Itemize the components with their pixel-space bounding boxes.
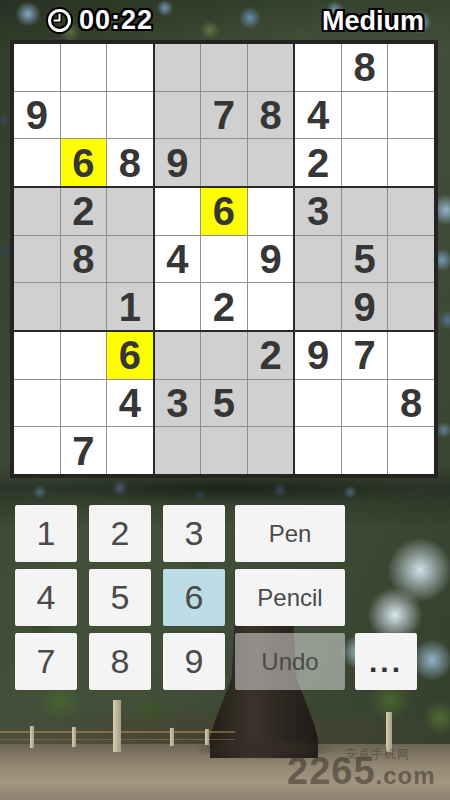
cell-r5c3[interactable] (107, 236, 153, 283)
cell-r8c7[interactable] (295, 380, 341, 427)
clock-icon (46, 7, 73, 34)
key-1[interactable]: 1 (15, 505, 77, 562)
cell-r6c1[interactable] (14, 283, 60, 330)
cell-r9c8[interactable] (342, 427, 388, 474)
cell-r7c3[interactable]: 6 (107, 332, 153, 379)
block-2-0: 647 (14, 332, 153, 474)
cell-r8c5[interactable]: 5 (201, 380, 247, 427)
cell-r7c1[interactable] (14, 332, 60, 379)
cell-r4c2[interactable]: 2 (61, 188, 107, 235)
cell-r2c1[interactable]: 9 (14, 92, 60, 139)
cell-r9c1[interactable] (14, 427, 60, 474)
cell-r5c5[interactable] (201, 236, 247, 283)
fence-post (205, 729, 209, 745)
cell-r8c9[interactable]: 8 (388, 380, 434, 427)
cell-r6c4[interactable] (155, 283, 201, 330)
cell-r2c9[interactable] (388, 92, 434, 139)
cell-r9c2[interactable]: 7 (61, 427, 107, 474)
cell-r1c1[interactable] (14, 44, 60, 91)
fence-post (72, 727, 76, 747)
cell-r7c2[interactable] (61, 332, 107, 379)
cell-r1c8[interactable]: 8 (342, 44, 388, 91)
cell-r7c8[interactable]: 7 (342, 332, 388, 379)
cell-r2c7[interactable]: 4 (295, 92, 341, 139)
key-5[interactable]: 5 (89, 569, 151, 626)
cell-r8c3[interactable]: 4 (107, 380, 153, 427)
key-2[interactable]: 2 (89, 505, 151, 562)
top-bar: 00:22 Medium (0, 0, 450, 38)
cell-r4c7[interactable]: 3 (295, 188, 341, 235)
key-4[interactable]: 4 (15, 569, 77, 626)
key-3[interactable]: 3 (163, 505, 225, 562)
cell-r3c8[interactable] (342, 139, 388, 186)
cell-r9c7[interactable] (295, 427, 341, 474)
timer-value: 00:22 (79, 5, 153, 36)
cell-r5c7[interactable] (295, 236, 341, 283)
cell-r7c6[interactable]: 2 (248, 332, 294, 379)
cell-r1c2[interactable] (61, 44, 107, 91)
key-7[interactable]: 7 (15, 633, 77, 690)
cell-r2c2[interactable] (61, 92, 107, 139)
block-1-0: 281 (14, 188, 153, 330)
sudoku-board: 9687898422816492359647235978 (10, 40, 438, 478)
sudoku-app: 00:22 Medium 968789842281649235964723597… (0, 0, 450, 800)
block-0-2: 842 (295, 44, 434, 186)
cell-r3c7[interactable]: 2 (295, 139, 341, 186)
cell-r8c2[interactable] (61, 380, 107, 427)
difficulty-label: Medium (322, 6, 424, 37)
cell-r2c4[interactable] (155, 92, 201, 139)
watermark-text: 2265.com (287, 750, 436, 793)
key-6[interactable]: 6 (163, 569, 225, 626)
cell-r3c6[interactable] (248, 139, 294, 186)
block-2-2: 978 (295, 332, 434, 474)
cell-r6c9[interactable] (388, 283, 434, 330)
cell-r6c5[interactable]: 2 (201, 283, 247, 330)
cell-r4c3[interactable] (107, 188, 153, 235)
cell-r6c8[interactable]: 9 (342, 283, 388, 330)
block-0-1: 789 (155, 44, 294, 186)
cell-r4c4[interactable] (155, 188, 201, 235)
cell-r5c1[interactable] (14, 236, 60, 283)
more-options-button[interactable]: ... (355, 633, 417, 690)
cell-r1c4[interactable] (155, 44, 201, 91)
cell-r1c9[interactable] (388, 44, 434, 91)
cell-r3c2[interactable]: 6 (61, 139, 107, 186)
cell-r5c9[interactable] (388, 236, 434, 283)
fence-post (30, 726, 34, 748)
cell-r1c7[interactable] (295, 44, 341, 91)
key-8[interactable]: 8 (89, 633, 151, 690)
cell-r7c5[interactable] (201, 332, 247, 379)
cell-r3c1[interactable] (14, 139, 60, 186)
block-0-0: 968 (14, 44, 153, 186)
cell-r4c5[interactable]: 6 (201, 188, 247, 235)
block-1-2: 359 (295, 188, 434, 330)
cell-r5c6[interactable]: 9 (248, 236, 294, 283)
cell-r6c3[interactable]: 1 (107, 283, 153, 330)
cell-r9c5[interactable] (201, 427, 247, 474)
cell-r3c5[interactable] (201, 139, 247, 186)
cell-r5c4[interactable]: 4 (155, 236, 201, 283)
pen-button[interactable]: Pen (235, 505, 345, 562)
cell-r9c3[interactable] (107, 427, 153, 474)
cell-r2c8[interactable] (342, 92, 388, 139)
cell-r9c9[interactable] (388, 427, 434, 474)
cell-r4c6[interactable] (248, 188, 294, 235)
cell-r6c2[interactable] (61, 283, 107, 330)
block-1-1: 6492 (155, 188, 294, 330)
cell-r7c7[interactable]: 9 (295, 332, 341, 379)
pencil-button[interactable]: Pencil (235, 569, 345, 626)
cell-r1c3[interactable] (107, 44, 153, 91)
cell-r2c3[interactable] (107, 92, 153, 139)
key-9[interactable]: 9 (163, 633, 225, 690)
cell-r1c6[interactable] (248, 44, 294, 91)
cell-r1c5[interactable] (201, 44, 247, 91)
cell-r4c9[interactable] (388, 188, 434, 235)
fence-post (113, 700, 121, 752)
cell-r8c8[interactable] (342, 380, 388, 427)
game-timer: 00:22 (46, 5, 153, 36)
cell-r3c4[interactable]: 9 (155, 139, 201, 186)
cell-r3c3[interactable]: 8 (107, 139, 153, 186)
cell-r5c2[interactable]: 8 (61, 236, 107, 283)
cell-r8c4[interactable]: 3 (155, 380, 201, 427)
fence-post (170, 728, 174, 746)
cell-r5c8[interactable]: 5 (342, 236, 388, 283)
cell-r8c1[interactable] (14, 380, 60, 427)
cell-r7c9[interactable] (388, 332, 434, 379)
watermark: 安卓手机网 2265.com (287, 740, 450, 798)
cell-r4c1[interactable] (14, 188, 60, 235)
undo-button[interactable]: Undo (235, 633, 345, 690)
cell-r4c8[interactable] (342, 188, 388, 235)
cell-r9c6[interactable] (248, 427, 294, 474)
cell-r2c6[interactable]: 8 (248, 92, 294, 139)
cell-r7c4[interactable] (155, 332, 201, 379)
cell-r3c9[interactable] (388, 139, 434, 186)
cell-r6c6[interactable] (248, 283, 294, 330)
cell-r6c7[interactable] (295, 283, 341, 330)
cell-r8c6[interactable] (248, 380, 294, 427)
cell-r9c4[interactable] (155, 427, 201, 474)
block-2-1: 235 (155, 332, 294, 474)
cell-r2c5[interactable]: 7 (201, 92, 247, 139)
